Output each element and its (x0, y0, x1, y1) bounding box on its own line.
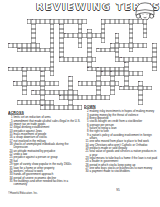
clue-number-label: 1 (27, 19, 28, 21)
crossword-cell[interactable] (22, 90, 27, 95)
crossword-cell[interactable] (152, 67, 157, 72)
down-clues-list: 2making risky investments in hopes of ma… (84, 109, 158, 172)
clue-number-label: 16 (97, 48, 99, 50)
crossword-cell[interactable] (92, 57, 97, 62)
clue-number-label: 13 (110, 43, 112, 45)
clue-text: total value of goods and services a nati… (90, 150, 158, 156)
clue-number-label: 14 (152, 43, 154, 45)
crossword-cell[interactable] (101, 38, 106, 43)
clue-number-label: 7 (143, 19, 144, 21)
crossword-grid: 1234567891011121314151617181920212223242… (8, 19, 157, 110)
crossword-cell[interactable] (78, 105, 83, 110)
across-clues-section: ACROSS 1limits set on reduction of arms5… (8, 111, 82, 186)
across-clues-list: 1limits set on reduction of arms5amendme… (8, 115, 82, 185)
clue-number-label: 17 (59, 57, 61, 59)
clue-text: shacks of unemployed individuals during … (14, 143, 82, 149)
clue-number-label: 10 (64, 33, 66, 35)
clue-text: a nation's policy of avoiding involvemen… (90, 133, 158, 139)
down-heading: DOWN (84, 105, 158, 109)
crossword-cell[interactable] (50, 71, 55, 76)
clue-number-label: 3 (50, 19, 51, 21)
clue-number-label: 8 (59, 24, 60, 26)
clue-number-label: 23 (97, 67, 99, 69)
worksheet-page: Reviewing Terms 123456789101112131415161… (0, 0, 160, 207)
crossword-cell[interactable] (78, 43, 83, 48)
crossword-cell[interactable] (110, 90, 115, 95)
clue-number-label: 18 (120, 57, 122, 59)
clue-number-label: 21 (22, 67, 24, 69)
down-clue: 9a nation's policy of avoiding involveme… (84, 133, 158, 139)
crossword-cell[interactable] (143, 33, 148, 38)
clue-number-label: 25 (101, 71, 103, 73)
clue-number-label: 5 (101, 19, 102, 21)
clue-number-label: 32 (32, 90, 34, 92)
crossword-cell[interactable] (105, 95, 110, 100)
clue-number-label: 29 (78, 81, 80, 83)
crossword-cell[interactable] (143, 43, 148, 48)
down-clue: 21total value of goods and services a na… (84, 150, 158, 156)
crossword-cell[interactable] (82, 19, 87, 24)
clue-number-label: 11 (115, 33, 117, 35)
across-heading: ACROSS (8, 111, 82, 115)
clue-number-label: 19 (124, 62, 126, 64)
page-title: Reviewing Terms (36, 1, 136, 12)
clue-number-label: 34 (18, 100, 20, 102)
clue-text: the buildings and other needed facilitie… (14, 179, 82, 185)
page-number: 95 (106, 188, 130, 191)
clue-number-label: 12 (8, 43, 10, 45)
clue-number-label: 6 (129, 19, 130, 21)
crossword-cell[interactable] (147, 86, 152, 91)
copyright-notice: ©Hopeful Education, Inc. (8, 191, 68, 194)
down-clue: 30a payment made to stockholders (84, 170, 158, 173)
crossword-cell[interactable] (129, 48, 134, 53)
clue-number-label: 20 (8, 67, 10, 69)
clue-number-label: 9 (87, 29, 88, 31)
clue-number-label: 27 (69, 76, 71, 78)
crossword-cell[interactable] (54, 81, 59, 86)
clue-number-label: 22 (87, 67, 89, 69)
across-clue: 18shacks of unemployed individuals durin… (8, 143, 82, 149)
clue-number-label: 28 (13, 81, 15, 83)
clue-number-label: 24 (41, 71, 43, 73)
down-clues-section: DOWN 2making risky investments in hopes … (84, 105, 158, 173)
clue-number-label: 15 (18, 48, 20, 50)
clue-number-label: 35 (41, 105, 43, 107)
clue-text: a payment made to stockholders (90, 170, 158, 173)
crossword-cell[interactable] (138, 71, 143, 76)
clue-number-label: 26 (110, 71, 112, 73)
clue-number-label: 31 (120, 86, 122, 88)
clue-number-label: 30 (138, 81, 140, 83)
across-clue: 35the buildings and other needed facilit… (8, 179, 82, 185)
clue-number-label: 4 (78, 19, 79, 21)
clue-number-label: 33 (59, 95, 61, 97)
clue-number-label: 2 (32, 19, 33, 21)
